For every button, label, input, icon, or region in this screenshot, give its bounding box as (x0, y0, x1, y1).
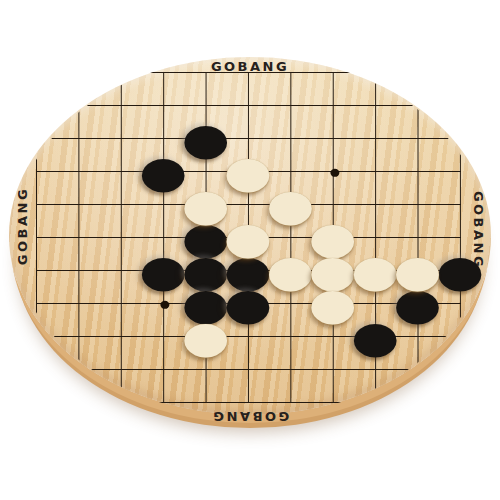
white-stone[interactable]: ● (396, 257, 438, 283)
black-stone[interactable]: ● (142, 257, 184, 283)
black-stone[interactable]: ● (439, 257, 481, 283)
black-stone[interactable]: ● (227, 290, 269, 316)
white-stone[interactable]: ● (269, 191, 311, 217)
white-stone[interactable]: ● (269, 257, 311, 283)
white-stone[interactable]: ● (354, 257, 396, 283)
board-face[interactable]: GOBANG GOBANG GOBANG GOBANG ●●●●●●●●●●●●… (9, 57, 491, 415)
white-stone[interactable]: ● (184, 191, 226, 217)
white-stone[interactable]: ● (227, 224, 269, 250)
black-stone[interactable]: ● (354, 323, 396, 349)
black-stone[interactable]: ● (142, 158, 184, 184)
stones-grid: ●●●●●●●●●●●●●●●●●●●●●● (15, 56, 481, 419)
gobang-board: GOBANG GOBANG GOBANG GOBANG ●●●●●●●●●●●●… (9, 57, 491, 433)
white-stone[interactable]: ● (312, 290, 354, 316)
white-stone[interactable]: ● (184, 323, 226, 349)
white-stone[interactable]: ● (227, 158, 269, 184)
black-stone[interactable]: ● (184, 125, 226, 151)
product-photo-canvas: GOBANG GOBANG GOBANG GOBANG ●●●●●●●●●●●●… (0, 0, 500, 500)
